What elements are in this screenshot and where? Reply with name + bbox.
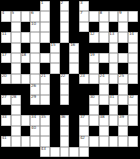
white-cell-r1c5[interactable]: 1 — [40, 1, 50, 11]
white-cell-r8c3[interactable] — [21, 74, 31, 84]
black-cell-r15c2 — [11, 147, 21, 157]
black-cell-r5c13 — [118, 43, 128, 53]
white-cell-r15c7[interactable] — [60, 147, 70, 157]
white-cell-r15c9[interactable] — [79, 147, 89, 157]
white-cell-r2c7[interactable] — [60, 11, 70, 21]
white-cell-r8c10[interactable] — [89, 74, 99, 84]
white-cell-r14c11[interactable] — [99, 136, 109, 146]
clue-number-38: 38 — [100, 115, 105, 120]
black-cell-r5c11 — [99, 43, 109, 53]
white-cell-r12c12[interactable] — [109, 115, 119, 125]
black-cell-r15c13 — [118, 147, 128, 157]
white-cell-r4c10[interactable]: 12 — [89, 32, 99, 42]
white-cell-r12c11[interactable]: 38 — [99, 115, 109, 125]
clue-number-24: 24 — [100, 74, 105, 79]
clue-number-23: 23 — [80, 74, 85, 79]
white-cell-r12c7[interactable]: 36 — [60, 115, 70, 125]
clue-number-15: 15 — [51, 43, 56, 48]
white-cell-r14c12[interactable] — [109, 136, 119, 146]
clue-number-25: 25 — [119, 74, 124, 79]
clue-number-28: 28 — [11, 95, 16, 100]
white-cell-r4c2[interactable] — [11, 32, 21, 42]
clue-number-11: 11 — [2, 32, 7, 37]
white-cell-r9c11[interactable] — [99, 84, 109, 94]
white-cell-r13c2[interactable] — [11, 126, 21, 136]
black-cell-r15c12 — [109, 147, 119, 157]
white-cell-r5c8[interactable]: 16 — [69, 43, 79, 53]
white-cell-r6c12[interactable] — [109, 53, 119, 63]
black-cell-r9c9 — [79, 84, 89, 94]
clue-number-18: 18 — [21, 53, 26, 58]
black-cell-r5c5 — [40, 43, 50, 53]
black-cell-r1c3 — [21, 1, 31, 11]
white-cell-r6c8[interactable] — [69, 53, 79, 63]
black-cell-r3c6 — [50, 22, 60, 32]
black-cell-r11c3 — [21, 105, 31, 115]
white-cell-r14c10[interactable] — [89, 136, 99, 146]
black-cell-r13c12 — [109, 126, 119, 136]
white-cell-r8c14[interactable] — [128, 74, 138, 84]
crossword-grid: 1234567891011121314151617181920212223242… — [1, 1, 138, 157]
clue-number-26: 26 — [31, 84, 36, 89]
white-cell-r12c5[interactable]: 35 — [40, 115, 50, 125]
white-cell-r8c2[interactable] — [11, 74, 21, 84]
white-cell-r3c9[interactable] — [79, 22, 89, 32]
clue-number-4: 4 — [2, 11, 4, 16]
clue-number-16: 16 — [70, 43, 75, 48]
white-cell-r15c6[interactable] — [50, 147, 60, 157]
white-cell-r2c10[interactable] — [89, 11, 99, 21]
white-cell-r13c5[interactable] — [40, 126, 50, 136]
black-cell-r9c3 — [21, 84, 31, 94]
black-cell-r14c6 — [50, 136, 60, 146]
black-cell-r13c10 — [89, 126, 99, 136]
black-cell-r9c6 — [50, 84, 60, 94]
black-cell-r10c9 — [79, 95, 89, 105]
white-cell-r2c14[interactable] — [128, 11, 138, 21]
clue-number-41: 41 — [2, 136, 7, 141]
black-cell-r13c14 — [128, 126, 138, 136]
clue-number-39: 39 — [119, 115, 124, 120]
white-cell-r11c2[interactable] — [11, 105, 21, 115]
black-cell-r5c9 — [79, 43, 89, 53]
white-cell-r12c2[interactable] — [11, 115, 21, 125]
black-cell-r15c3 — [21, 147, 31, 157]
white-cell-r10c2[interactable]: 28 — [11, 95, 21, 105]
white-cell-r6c2[interactable] — [11, 53, 21, 63]
clue-number-22: 22 — [60, 74, 65, 79]
white-cell-r5c2[interactable] — [11, 43, 21, 53]
white-cell-r4c1[interactable]: 11 — [1, 32, 11, 42]
black-cell-r1c10 — [89, 1, 99, 11]
clue-number-10: 10 — [31, 22, 36, 27]
white-cell-r10c5[interactable] — [40, 95, 50, 105]
white-cell-r7c14[interactable] — [128, 63, 138, 73]
white-cell-r10c13[interactable] — [118, 95, 128, 105]
white-cell-r10c4[interactable]: 29 — [30, 95, 40, 105]
white-cell-r8c13[interactable]: 25 — [118, 74, 128, 84]
white-cell-r10c1[interactable]: 27 — [1, 95, 11, 105]
black-cell-r4c9 — [79, 32, 89, 42]
white-cell-r12c3[interactable] — [21, 115, 31, 125]
black-cell-r3c8 — [69, 22, 79, 32]
black-cell-r8c8 — [69, 74, 79, 84]
white-cell-r7c4[interactable] — [30, 63, 40, 73]
white-cell-r3c4[interactable]: 10 — [30, 22, 40, 32]
white-cell-r9c13[interactable] — [118, 84, 128, 94]
white-cell-r12c14[interactable] — [128, 115, 138, 125]
clue-number-3: 3 — [80, 1, 82, 6]
white-cell-r14c3[interactable] — [21, 136, 31, 146]
white-cell-r13c4[interactable]: 40 — [30, 126, 40, 136]
white-cell-r8c1[interactable]: 20 — [1, 74, 11, 84]
white-cell-r12c9[interactable]: 37 — [79, 115, 89, 125]
clue-number-31: 31 — [109, 95, 114, 100]
white-cell-r2c3[interactable] — [21, 11, 31, 21]
white-cell-r4c11[interactable] — [99, 32, 109, 42]
clue-number-1: 1 — [41, 1, 43, 6]
white-cell-r13c7[interactable] — [60, 126, 70, 136]
white-cell-r6c10[interactable]: 19 — [89, 53, 99, 63]
black-cell-r11c8 — [69, 105, 79, 115]
clue-number-7: 7 — [80, 11, 82, 16]
white-cell-r10c14[interactable]: 32 — [128, 95, 138, 105]
black-cell-r12c6 — [50, 115, 60, 125]
white-cell-r8c12[interactable] — [109, 74, 119, 84]
black-cell-r9c8 — [69, 84, 79, 94]
white-cell-r6c1[interactable]: 17 — [1, 53, 11, 63]
black-cell-r1c14 — [128, 1, 138, 11]
white-cell-r6c13[interactable] — [118, 53, 128, 63]
white-cell-r6c6[interactable] — [50, 53, 60, 63]
white-cell-r2c2[interactable]: 5 — [11, 11, 21, 21]
white-cell-r10c10[interactable]: 30 — [89, 95, 99, 105]
white-cell-r3c11[interactable] — [99, 22, 109, 32]
white-cell-r7c12[interactable] — [109, 63, 119, 73]
clue-number-27: 27 — [2, 95, 7, 100]
clue-number-43: 43 — [41, 147, 46, 152]
white-cell-r2c11[interactable]: 8 — [99, 11, 109, 21]
white-cell-r15c8[interactable] — [69, 147, 79, 157]
white-cell-r14c14[interactable] — [128, 136, 138, 146]
white-cell-r7c8[interactable] — [69, 63, 79, 73]
white-cell-r9c5[interactable] — [40, 84, 50, 94]
white-cell-r10c11[interactable] — [99, 95, 109, 105]
white-cell-r2c9[interactable]: 7 — [79, 11, 89, 21]
white-cell-r14c7[interactable] — [60, 136, 70, 146]
black-cell-r15c14 — [128, 147, 138, 157]
white-cell-r14c9[interactable]: 42 — [79, 136, 89, 146]
white-cell-r8c5[interactable]: 21 — [40, 74, 50, 84]
black-cell-r10c3 — [21, 95, 31, 105]
clue-number-21: 21 — [41, 74, 46, 79]
clue-number-20: 20 — [2, 74, 7, 79]
clue-number-34: 34 — [31, 115, 36, 120]
clue-number-33: 33 — [2, 115, 7, 120]
black-cell-r8c6 — [50, 74, 60, 84]
white-cell-r4c4[interactable] — [30, 32, 40, 42]
crossword-board: 1234567891011121314151617181920212223242… — [0, 0, 140, 159]
white-cell-r9c7[interactable] — [60, 84, 70, 94]
white-cell-r8c9[interactable]: 23 — [79, 74, 89, 84]
white-cell-r1c7[interactable]: 2 — [60, 1, 70, 11]
white-cell-r15c5[interactable]: 43 — [40, 147, 50, 157]
clue-number-36: 36 — [60, 115, 65, 120]
clue-number-32: 32 — [129, 95, 134, 100]
white-cell-r6c14[interactable] — [128, 53, 138, 63]
white-cell-r11c12[interactable] — [109, 105, 119, 115]
black-cell-r2c6 — [50, 11, 60, 21]
clue-number-9: 9 — [119, 11, 121, 16]
clue-number-14: 14 — [129, 32, 134, 37]
clue-number-42: 42 — [80, 136, 85, 141]
white-cell-r14c13[interactable] — [118, 136, 128, 146]
white-cell-r4c14[interactable]: 14 — [128, 32, 138, 42]
clue-number-6: 6 — [31, 11, 33, 16]
clue-number-37: 37 — [80, 115, 85, 120]
white-cell-r7c10[interactable] — [89, 63, 99, 73]
clue-number-29: 29 — [31, 95, 36, 100]
white-cell-r14c2[interactable] — [11, 136, 21, 146]
white-cell-r3c2[interactable] — [11, 22, 21, 32]
white-cell-r12c1[interactable]: 33 — [1, 115, 11, 125]
white-cell-r3c7[interactable] — [60, 22, 70, 32]
white-cell-r2c12[interactable] — [109, 11, 119, 21]
black-cell-r14c8 — [69, 136, 79, 146]
black-cell-r12c8 — [69, 115, 79, 125]
black-cell-r6c7 — [60, 53, 70, 63]
white-cell-r7c2[interactable] — [11, 63, 21, 73]
black-cell-r10c8 — [69, 95, 79, 105]
white-cell-r13c11[interactable] — [99, 126, 109, 136]
white-cell-r6c4[interactable] — [30, 53, 40, 63]
black-cell-r6c9 — [79, 53, 89, 63]
white-cell-r4c7[interactable] — [60, 32, 70, 42]
white-cell-r2c5[interactable] — [40, 11, 50, 21]
black-cell-r15c11 — [99, 147, 109, 157]
clue-number-17: 17 — [2, 53, 7, 58]
black-cell-r5c7 — [60, 43, 70, 53]
black-cell-r1c12 — [109, 1, 119, 11]
white-cell-r12c10[interactable] — [89, 115, 99, 125]
black-cell-r11c6 — [50, 105, 60, 115]
black-cell-r2c8 — [69, 11, 79, 21]
white-cell-r4c13[interactable] — [118, 32, 128, 42]
white-cell-r8c7[interactable]: 22 — [60, 74, 70, 84]
white-cell-r5c6[interactable]: 15 — [50, 43, 60, 53]
white-cell-r2c13[interactable]: 9 — [118, 11, 128, 21]
white-cell-r14c1[interactable]: 41 — [1, 136, 11, 146]
white-cell-r7c6[interactable] — [50, 63, 60, 73]
clue-number-12: 12 — [90, 32, 95, 37]
clue-number-13: 13 — [109, 32, 114, 37]
white-cell-r5c14[interactable] — [128, 43, 138, 53]
black-cell-r13c6 — [50, 126, 60, 136]
clue-number-2: 2 — [60, 1, 62, 6]
white-cell-r11c14[interactable] — [128, 105, 138, 115]
clue-number-40: 40 — [31, 126, 36, 131]
white-cell-r8c11[interactable]: 24 — [99, 74, 109, 84]
black-cell-r1c6 — [50, 1, 60, 11]
white-cell-r11c10[interactable] — [89, 105, 99, 115]
white-cell-r4c3[interactable] — [21, 32, 31, 42]
clue-number-8: 8 — [100, 11, 102, 16]
white-cell-r10c7[interactable] — [60, 95, 70, 105]
white-cell-r14c4[interactable] — [30, 136, 40, 146]
white-cell-r6c3[interactable]: 18 — [21, 53, 31, 63]
black-cell-r15c10 — [89, 147, 99, 157]
black-cell-r13c3 — [21, 126, 31, 136]
white-cell-r4c5[interactable] — [40, 32, 50, 42]
white-cell-r5c12[interactable] — [109, 43, 119, 53]
white-cell-r5c4[interactable] — [30, 43, 40, 53]
white-cell-r12c13[interactable]: 39 — [118, 115, 128, 125]
black-cell-r15c4 — [30, 147, 40, 157]
black-cell-r7c3 — [21, 63, 31, 73]
white-cell-r3c5[interactable] — [40, 22, 50, 32]
clue-number-30: 30 — [90, 95, 95, 100]
clue-number-5: 5 — [11, 11, 13, 16]
black-cell-r15c1 — [1, 147, 11, 157]
black-cell-r10c6 — [50, 95, 60, 105]
white-cell-r10c12[interactable]: 31 — [109, 95, 119, 105]
black-cell-r1c8 — [69, 1, 79, 11]
white-cell-r3c13[interactable] — [118, 22, 128, 32]
white-cell-r6c11[interactable] — [99, 53, 109, 63]
clue-number-19: 19 — [90, 53, 95, 58]
white-cell-r2c1[interactable]: 4 — [1, 11, 11, 21]
black-cell-r13c8 — [69, 126, 79, 136]
white-cell-r4c12[interactable]: 13 — [109, 32, 119, 42]
clue-number-35: 35 — [41, 115, 46, 120]
black-cell-r3c3 — [21, 22, 31, 32]
white-cell-r6c5[interactable] — [40, 53, 50, 63]
white-cell-r13c13[interactable] — [118, 126, 128, 136]
